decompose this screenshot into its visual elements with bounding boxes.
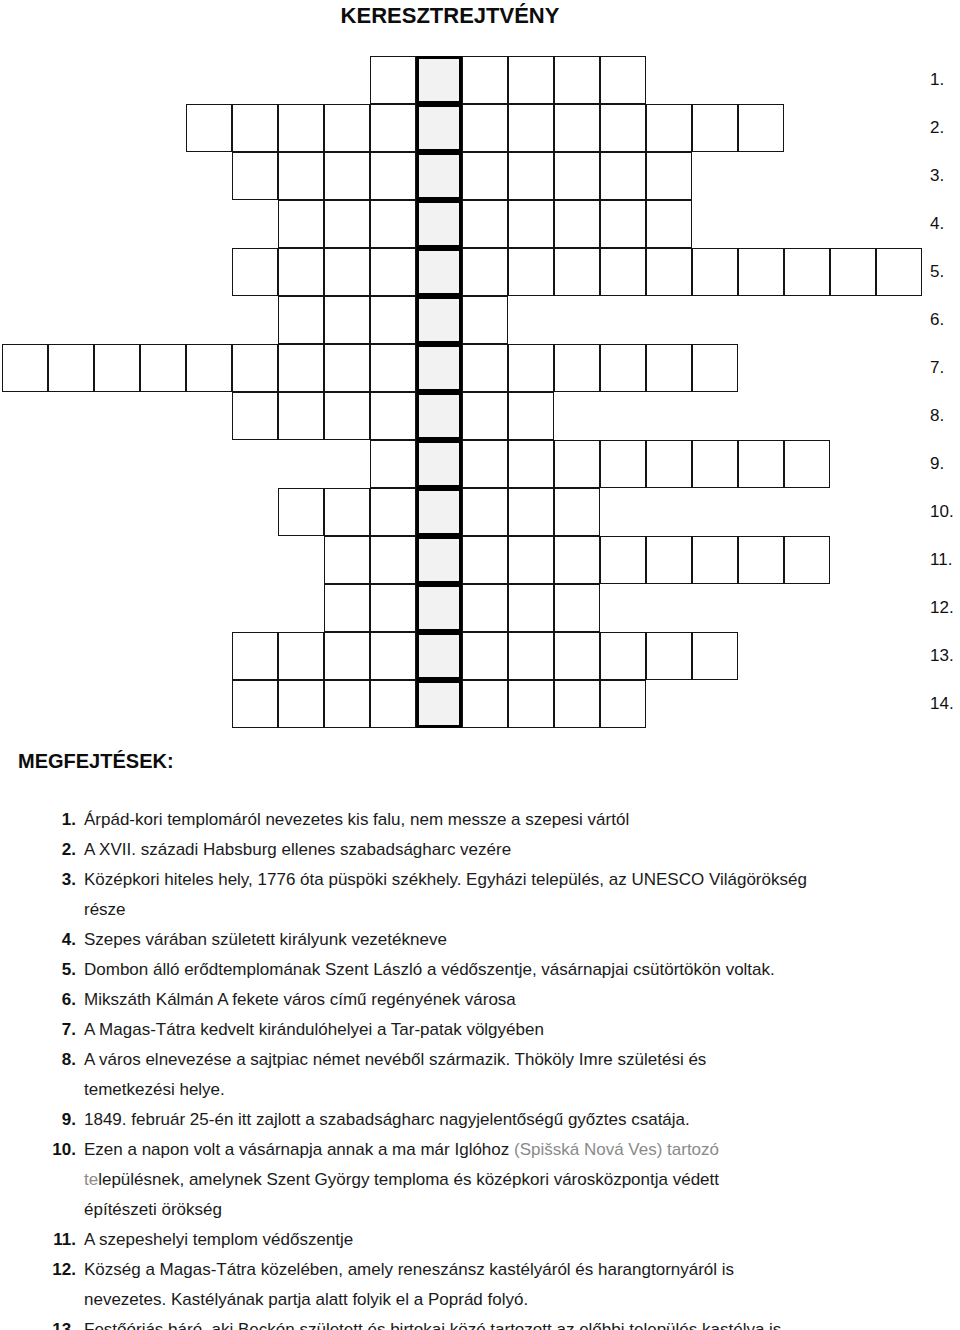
clue-item: 10.Ezen a napon volt a vásárnapja annak … <box>8 1135 954 1225</box>
grid-cell <box>508 632 554 680</box>
grid-cell <box>462 56 508 104</box>
grid-cell <box>370 200 416 248</box>
clue-line: része <box>84 895 807 925</box>
row-number-label: 3. <box>930 152 944 200</box>
clue-line: Ezen a napon volt a vásárnapja annak a m… <box>84 1135 719 1165</box>
clue-line: A város elnevezése a sajtpiac német nevé… <box>84 1045 706 1075</box>
grid-cell <box>232 152 278 200</box>
solution-cell <box>416 680 462 728</box>
grid-cell <box>508 440 554 488</box>
clue-line: Középkori hiteles hely, 1776 óta püspöki… <box>84 865 807 895</box>
grid-cell <box>554 56 600 104</box>
solution-cell <box>416 104 462 152</box>
grid-cell <box>508 152 554 200</box>
grid-cell <box>278 344 324 392</box>
grid-cell <box>600 200 646 248</box>
grid-cell <box>324 104 370 152</box>
clue-number: 12. <box>8 1255 76 1285</box>
grid-cell <box>738 536 784 584</box>
grid-cell <box>600 152 646 200</box>
grid-cell <box>784 536 830 584</box>
clue-segment: Árpád-kori templomáról nevezetes kis fal… <box>84 810 629 829</box>
clue-item: 3.Középkori hiteles hely, 1776 óta püspö… <box>8 865 954 925</box>
grid-cell <box>554 536 600 584</box>
row-number-label: 11. <box>930 536 952 584</box>
clue-number: 10. <box>8 1135 76 1165</box>
grid-cell <box>370 392 416 440</box>
row-number-label: 12. <box>930 584 954 632</box>
clue-segment: építészeti örökség <box>84 1200 222 1219</box>
grid-cell <box>508 200 554 248</box>
grid-cell <box>554 632 600 680</box>
row-number-label: 5. <box>930 248 944 296</box>
clue-text: A Magas-Tátra kedvelt kirándulóhelyei a … <box>84 1015 544 1045</box>
clue-item: 1.Árpád-kori templomáról nevezetes kis f… <box>8 805 954 835</box>
clue-text: Szepes várában született királyunk vezet… <box>84 925 447 955</box>
grid-cell <box>508 248 554 296</box>
clue-segment: Mikszáth Kálmán A fekete város című regé… <box>84 990 516 1009</box>
grid-cell <box>370 56 416 104</box>
grid-cell <box>462 344 508 392</box>
grid-cell <box>600 680 646 728</box>
clue-line: településnek, amelynek Szent György temp… <box>84 1165 719 1195</box>
grid-cell <box>554 200 600 248</box>
grid-cell <box>324 488 370 536</box>
clue-text: Ezen a napon volt a vásárnapja annak a m… <box>84 1135 719 1225</box>
clue-line: Mikszáth Kálmán A fekete város című regé… <box>84 985 516 1015</box>
grid-cell <box>508 104 554 152</box>
grid-cell <box>462 152 508 200</box>
clue-segment: része <box>84 900 126 919</box>
grid-cell <box>692 536 738 584</box>
clue-item: 7.A Magas-Tátra kedvelt kirándulóhelyei … <box>8 1015 954 1045</box>
clue-segment: Középkori hiteles hely, 1776 óta püspöki… <box>84 870 807 889</box>
solution-cell <box>416 200 462 248</box>
grid-cell <box>370 152 416 200</box>
clue-segment-gray: (Spišská Nová Ves) tartozó <box>514 1140 719 1159</box>
clue-segment: lepülésnek, amelynek Szent György templo… <box>98 1170 719 1189</box>
clue-number: 1. <box>8 805 76 835</box>
clue-text: Árpád-kori templomáról nevezetes kis fal… <box>84 805 629 835</box>
clue-text: Középkori hiteles hely, 1776 óta püspöki… <box>84 865 807 925</box>
clue-list: 1.Árpád-kori templomáról nevezetes kis f… <box>8 805 954 1330</box>
clue-number: 13. <box>8 1315 76 1330</box>
clue-text: A szepeshelyi templom védőszentje <box>84 1225 353 1255</box>
grid-cell <box>94 344 140 392</box>
grid-cell <box>508 584 554 632</box>
clue-item: 13.Festőóriás báró, aki Beckón született… <box>8 1315 954 1330</box>
grid-cell <box>324 680 370 728</box>
clue-number: 5. <box>8 955 76 985</box>
grid-cell <box>600 104 646 152</box>
grid-cell <box>232 248 278 296</box>
clue-text: A város elnevezése a sajtpiac német nevé… <box>84 1045 706 1105</box>
grid-cell <box>278 680 324 728</box>
row-number-label: 4. <box>930 200 944 248</box>
clue-line: A szepeshelyi templom védőszentje <box>84 1225 353 1255</box>
clue-text: Község a Magas-Tátra közelében, amely re… <box>84 1255 734 1315</box>
grid-cell <box>232 392 278 440</box>
grid-cell <box>48 344 94 392</box>
grid-cell <box>738 248 784 296</box>
grid-cell <box>462 296 508 344</box>
solution-cell <box>416 440 462 488</box>
grid-cell <box>646 344 692 392</box>
clue-line: A XVII. századi Habsburg ellenes szabads… <box>84 835 511 865</box>
grid-cell <box>232 104 278 152</box>
grid-cell <box>370 104 416 152</box>
clue-segment-gray: te <box>84 1170 98 1189</box>
grid-cell <box>462 536 508 584</box>
grid-cell <box>140 344 186 392</box>
grid-cell <box>462 392 508 440</box>
clue-number: 9. <box>8 1105 76 1135</box>
row-number-label: 2. <box>930 104 944 152</box>
grid-cell <box>278 488 324 536</box>
solution-cell <box>416 536 462 584</box>
clue-line: Árpád-kori templomáról nevezetes kis fal… <box>84 805 629 835</box>
grid-cell <box>278 200 324 248</box>
grid-cell <box>784 248 830 296</box>
grid-cell <box>278 296 324 344</box>
clue-number: 11. <box>8 1225 76 1255</box>
grid-cell <box>370 584 416 632</box>
grid-cell <box>692 344 738 392</box>
row-number-label: 6. <box>930 296 944 344</box>
grid-cell <box>278 392 324 440</box>
clue-item: 2.A XVII. századi Habsburg ellenes szaba… <box>8 835 954 865</box>
grid-cell <box>370 440 416 488</box>
grid-cell <box>462 632 508 680</box>
grid-cell <box>324 200 370 248</box>
clue-line: 1849. február 25-én itt zajlott a szabad… <box>84 1105 690 1135</box>
clue-line: temetkezési helye. <box>84 1075 706 1105</box>
grid-cell <box>232 680 278 728</box>
grid-cell <box>462 584 508 632</box>
row-number-label: 1. <box>930 56 944 104</box>
clue-segment: A város elnevezése a sajtpiac német nevé… <box>84 1050 706 1069</box>
grid-cell <box>278 632 324 680</box>
clue-line: A Magas-Tátra kedvelt kirándulóhelyei a … <box>84 1015 544 1045</box>
clue-line: építészeti örökség <box>84 1195 719 1225</box>
grid-cell <box>278 104 324 152</box>
clue-segment: 1849. február 25-én itt zajlott a szabad… <box>84 1110 690 1129</box>
solution-cell <box>416 632 462 680</box>
grid-cell <box>324 632 370 680</box>
clue-text: Dombon álló erődtemplomának Szent László… <box>84 955 775 985</box>
clue-number: 8. <box>8 1045 76 1075</box>
grid-cell <box>370 632 416 680</box>
row-number-label: 8. <box>930 392 944 440</box>
grid-cell <box>646 248 692 296</box>
clue-segment: Dombon álló erődtemplomának Szent László… <box>84 960 775 979</box>
row-number-label: 7. <box>930 344 944 392</box>
grid-cell <box>370 296 416 344</box>
row-number-label: 13. <box>930 632 954 680</box>
grid-cell <box>554 248 600 296</box>
clue-segment: Festőóriás báró, aki Beckón született és… <box>84 1320 781 1330</box>
grid-cell <box>2 344 48 392</box>
grid-cell <box>646 440 692 488</box>
clue-number: 7. <box>8 1015 76 1045</box>
clue-segment: nevezetes. Kastélyának partja alatt foly… <box>84 1290 528 1309</box>
grid-cell <box>232 632 278 680</box>
clue-number: 6. <box>8 985 76 1015</box>
grid-cell <box>186 104 232 152</box>
grid-cell <box>324 584 370 632</box>
clue-line: Festőóriás báró, aki Beckón született és… <box>84 1315 781 1330</box>
grid-cell <box>508 392 554 440</box>
grid-cell <box>324 344 370 392</box>
grid-cell <box>876 248 922 296</box>
grid-cell <box>646 152 692 200</box>
grid-cell <box>508 536 554 584</box>
clue-item: 9.1849. február 25-én itt zajlott a szab… <box>8 1105 954 1135</box>
clue-number: 4. <box>8 925 76 955</box>
clue-item: 12.Község a Magas-Tátra közelében, amely… <box>8 1255 954 1315</box>
grid-cell <box>554 104 600 152</box>
grid-cell <box>738 440 784 488</box>
grid-cell <box>554 152 600 200</box>
grid-cell <box>600 440 646 488</box>
grid-cell <box>600 248 646 296</box>
clue-segment: Község a Magas-Tátra közelében, amely re… <box>84 1260 734 1279</box>
grid-cell <box>830 248 876 296</box>
grid-cell <box>278 248 324 296</box>
solution-cell <box>416 56 462 104</box>
crossword-grid <box>2 56 922 728</box>
clue-segment: A XVII. századi Habsburg ellenes szabads… <box>84 840 511 859</box>
grid-cell <box>232 344 278 392</box>
grid-cell <box>554 584 600 632</box>
grid-cell <box>462 440 508 488</box>
grid-cell <box>508 56 554 104</box>
grid-cell <box>692 632 738 680</box>
clue-item: 4.Szepes várában született királyunk vez… <box>8 925 954 955</box>
clue-segment: Ezen a napon volt a vásárnapja annak a m… <box>84 1140 514 1159</box>
clue-number: 2. <box>8 835 76 865</box>
row-number-label: 10. <box>930 488 954 536</box>
grid-cell <box>278 152 324 200</box>
clue-segment: Szepes várában született királyunk vezet… <box>84 930 447 949</box>
clue-line: Dombon álló erődtemplomának Szent László… <box>84 955 775 985</box>
grid-cell <box>186 344 232 392</box>
grid-cell <box>784 440 830 488</box>
grid-cell <box>324 536 370 584</box>
grid-cell <box>324 392 370 440</box>
clue-text: Festőóriás báró, aki Beckón született és… <box>84 1315 781 1330</box>
grid-cell <box>462 248 508 296</box>
clue-item: 6.Mikszáth Kálmán A fekete város című re… <box>8 985 954 1015</box>
solution-cell <box>416 296 462 344</box>
clue-line: Község a Magas-Tátra közelében, amely re… <box>84 1255 734 1285</box>
grid-cell <box>324 152 370 200</box>
row-number-label: 14. <box>930 680 954 728</box>
solution-cell <box>416 584 462 632</box>
grid-cell <box>646 632 692 680</box>
clue-text: A XVII. századi Habsburg ellenes szabads… <box>84 835 511 865</box>
grid-cell <box>370 248 416 296</box>
grid-cell <box>462 680 508 728</box>
grid-cell <box>324 248 370 296</box>
solution-cell <box>416 152 462 200</box>
clue-line: Szepes várában született királyunk vezet… <box>84 925 447 955</box>
solutions-heading: MEGFEJTÉSEK: <box>18 750 174 773</box>
grid-cell <box>370 680 416 728</box>
clue-segment: A Magas-Tátra kedvelt kirándulóhelyei a … <box>84 1020 544 1039</box>
grid-cell <box>692 440 738 488</box>
grid-cell <box>646 104 692 152</box>
grid-cell <box>508 680 554 728</box>
grid-cell <box>462 200 508 248</box>
grid-cell <box>692 104 738 152</box>
clue-item: 5.Dombon álló erődtemplomának Szent Lász… <box>8 955 954 985</box>
grid-cell <box>600 632 646 680</box>
clue-segment: temetkezési helye. <box>84 1080 225 1099</box>
solution-cell <box>416 392 462 440</box>
clue-text: Mikszáth Kálmán A fekete város című regé… <box>84 985 516 1015</box>
grid-cell <box>692 248 738 296</box>
grid-cell <box>646 536 692 584</box>
grid-cell <box>370 344 416 392</box>
grid-cell <box>508 344 554 392</box>
clue-text: 1849. február 25-én itt zajlott a szabad… <box>84 1105 690 1135</box>
solution-cell <box>416 248 462 296</box>
grid-cell <box>738 104 784 152</box>
grid-cell <box>370 488 416 536</box>
solution-cell <box>416 488 462 536</box>
row-number-label: 9. <box>930 440 944 488</box>
grid-cell <box>370 536 416 584</box>
grid-cell <box>600 56 646 104</box>
grid-cell <box>324 296 370 344</box>
clue-item: 11.A szepeshelyi templom védőszentje <box>8 1225 954 1255</box>
grid-cell <box>554 680 600 728</box>
grid-cell <box>554 488 600 536</box>
clue-line: nevezetes. Kastélyának partja alatt foly… <box>84 1285 734 1315</box>
grid-cell <box>554 440 600 488</box>
solution-cell <box>416 344 462 392</box>
clue-item: 8.A város elnevezése a sajtpiac német ne… <box>8 1045 954 1105</box>
puzzle-title: KERESZTREJTVÉNY <box>0 3 900 29</box>
grid-cell <box>600 536 646 584</box>
grid-cell <box>508 488 554 536</box>
grid-cell <box>462 104 508 152</box>
grid-cell <box>646 200 692 248</box>
grid-cell <box>554 344 600 392</box>
clue-number: 3. <box>8 865 76 895</box>
clue-segment: A szepeshelyi templom védőszentje <box>84 1230 353 1249</box>
grid-cell <box>462 488 508 536</box>
grid-cell <box>600 344 646 392</box>
